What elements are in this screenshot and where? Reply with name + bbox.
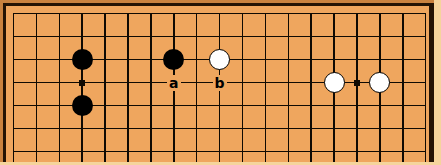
board-bevel-right (434, 0, 441, 165)
grid-hline (13, 128, 427, 130)
grid-hline (13, 151, 427, 153)
star-point-mark (79, 80, 85, 86)
white-stone (209, 49, 230, 70)
black-stone (163, 49, 184, 70)
board-border-right (429, 3, 434, 162)
go-board: ab (0, 0, 441, 165)
board-bevel-bottom (0, 162, 441, 165)
grid-hline (13, 13, 427, 15)
black-stone (72, 49, 93, 70)
point-label-b: b (213, 75, 227, 91)
board-border-top (3, 3, 434, 6)
grid-hline (13, 36, 427, 38)
white-stone (369, 72, 390, 93)
white-stone (324, 72, 345, 93)
black-stone (72, 95, 93, 116)
star-point-mark (354, 80, 360, 86)
board-border-left (3, 3, 6, 162)
point-label-a: a (167, 75, 181, 91)
